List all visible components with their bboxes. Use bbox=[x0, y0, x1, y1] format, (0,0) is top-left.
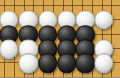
white-stone bbox=[94, 10, 114, 30]
white-stone bbox=[0, 39, 18, 59]
white-stone bbox=[94, 53, 114, 73]
grid-line-horizontal bbox=[0, 77, 120, 78]
black-stone bbox=[57, 53, 77, 73]
black-stone bbox=[75, 53, 95, 73]
grid-line-horizontal bbox=[0, 5, 120, 6]
screenshot-stage bbox=[0, 0, 120, 77]
go-board[interactable] bbox=[0, 0, 120, 77]
white-stone bbox=[18, 53, 38, 73]
black-stone bbox=[38, 53, 58, 73]
